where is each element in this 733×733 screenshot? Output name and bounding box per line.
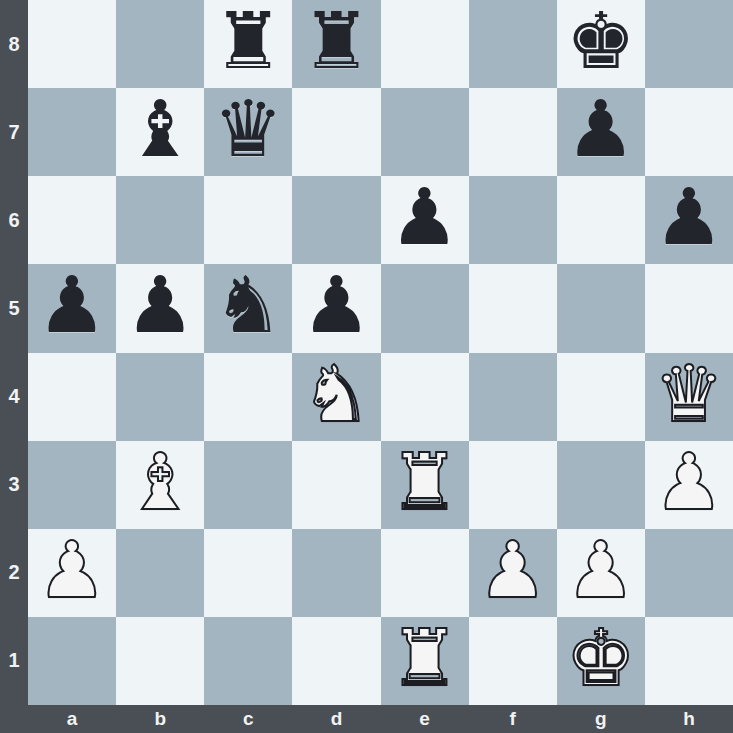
square-g5[interactable] bbox=[557, 264, 645, 352]
square-e5[interactable] bbox=[381, 264, 469, 352]
piece-white-queen[interactable]: ♛ bbox=[654, 355, 724, 433]
square-h2[interactable] bbox=[645, 529, 733, 617]
square-a6[interactable] bbox=[28, 176, 116, 264]
square-h7[interactable] bbox=[645, 88, 733, 176]
square-e3[interactable]: ♜ bbox=[381, 441, 469, 529]
frame-corner bbox=[0, 705, 28, 733]
square-d8[interactable]: ♜ bbox=[292, 0, 380, 88]
file-labels: abcdefgh bbox=[28, 705, 733, 733]
file-label-e: e bbox=[381, 705, 469, 733]
piece-black-pawn[interactable]: ♟ bbox=[566, 90, 636, 168]
square-a3[interactable] bbox=[28, 441, 116, 529]
square-c2[interactable] bbox=[204, 529, 292, 617]
piece-white-pawn[interactable]: ♟ bbox=[37, 531, 107, 609]
square-a7[interactable] bbox=[28, 88, 116, 176]
rank-label-1: 1 bbox=[0, 617, 28, 705]
file-label-h: h bbox=[645, 705, 733, 733]
square-a2[interactable]: ♟ bbox=[28, 529, 116, 617]
square-b2[interactable] bbox=[116, 529, 204, 617]
square-d4[interactable]: ♞ bbox=[292, 353, 380, 441]
piece-black-bishop[interactable]: ♝ bbox=[125, 90, 195, 168]
piece-black-pawn[interactable]: ♟ bbox=[301, 266, 371, 344]
file-label-g: g bbox=[557, 705, 645, 733]
rank-label-7: 7 bbox=[0, 88, 28, 176]
piece-black-pawn[interactable]: ♟ bbox=[125, 266, 195, 344]
square-g6[interactable] bbox=[557, 176, 645, 264]
square-f4[interactable] bbox=[469, 353, 557, 441]
piece-black-pawn[interactable]: ♟ bbox=[654, 178, 724, 256]
piece-white-pawn[interactable]: ♟ bbox=[566, 531, 636, 609]
chess-board: ♜♜♚♝♛♟♟♟♟♟♞♟♞♛♝♜♟♟♟♟♜♚ bbox=[28, 0, 733, 705]
piece-black-pawn[interactable]: ♟ bbox=[390, 178, 460, 256]
square-c4[interactable] bbox=[204, 353, 292, 441]
square-d2[interactable] bbox=[292, 529, 380, 617]
square-d6[interactable] bbox=[292, 176, 380, 264]
rank-labels: 87654321 bbox=[0, 0, 28, 705]
square-d5[interactable]: ♟ bbox=[292, 264, 380, 352]
piece-black-pawn[interactable]: ♟ bbox=[37, 266, 107, 344]
file-label-a: a bbox=[28, 705, 116, 733]
square-b1[interactable] bbox=[116, 617, 204, 705]
square-g4[interactable] bbox=[557, 353, 645, 441]
square-f2[interactable]: ♟ bbox=[469, 529, 557, 617]
file-label-f: f bbox=[469, 705, 557, 733]
square-b8[interactable] bbox=[116, 0, 204, 88]
square-g7[interactable]: ♟ bbox=[557, 88, 645, 176]
square-f8[interactable] bbox=[469, 0, 557, 88]
piece-white-pawn[interactable]: ♟ bbox=[478, 531, 548, 609]
piece-white-rook[interactable]: ♜ bbox=[390, 443, 460, 521]
square-c5[interactable]: ♞ bbox=[204, 264, 292, 352]
square-d3[interactable] bbox=[292, 441, 380, 529]
square-b5[interactable]: ♟ bbox=[116, 264, 204, 352]
square-f1[interactable] bbox=[469, 617, 557, 705]
rank-label-2: 2 bbox=[0, 529, 28, 617]
piece-white-king[interactable]: ♚ bbox=[566, 619, 636, 697]
square-f6[interactable] bbox=[469, 176, 557, 264]
square-f5[interactable] bbox=[469, 264, 557, 352]
square-e7[interactable] bbox=[381, 88, 469, 176]
square-f7[interactable] bbox=[469, 88, 557, 176]
square-b6[interactable] bbox=[116, 176, 204, 264]
chess-board-frame: 87654321 ♜♜♚♝♛♟♟♟♟♟♞♟♞♛♝♜♟♟♟♟♜♚ abcdefgh bbox=[0, 0, 733, 733]
piece-white-rook[interactable]: ♜ bbox=[390, 619, 460, 697]
file-label-c: c bbox=[204, 705, 292, 733]
square-h8[interactable] bbox=[645, 0, 733, 88]
square-c3[interactable] bbox=[204, 441, 292, 529]
square-g3[interactable] bbox=[557, 441, 645, 529]
square-d1[interactable] bbox=[292, 617, 380, 705]
square-a8[interactable] bbox=[28, 0, 116, 88]
square-c1[interactable] bbox=[204, 617, 292, 705]
square-c7[interactable]: ♛ bbox=[204, 88, 292, 176]
piece-black-rook[interactable]: ♜ bbox=[301, 2, 371, 80]
rank-label-4: 4 bbox=[0, 353, 28, 441]
piece-black-queen[interactable]: ♛ bbox=[213, 90, 283, 168]
square-g2[interactable]: ♟ bbox=[557, 529, 645, 617]
square-h3[interactable]: ♟ bbox=[645, 441, 733, 529]
square-e4[interactable] bbox=[381, 353, 469, 441]
square-d7[interactable] bbox=[292, 88, 380, 176]
square-f3[interactable] bbox=[469, 441, 557, 529]
piece-black-knight[interactable]: ♞ bbox=[213, 266, 283, 344]
square-b4[interactable] bbox=[116, 353, 204, 441]
square-h1[interactable] bbox=[645, 617, 733, 705]
rank-label-3: 3 bbox=[0, 441, 28, 529]
piece-black-king[interactable]: ♚ bbox=[566, 2, 636, 80]
square-h4[interactable]: ♛ bbox=[645, 353, 733, 441]
piece-white-bishop[interactable]: ♝ bbox=[125, 443, 195, 521]
square-h5[interactable] bbox=[645, 264, 733, 352]
square-b3[interactable]: ♝ bbox=[116, 441, 204, 529]
piece-white-pawn[interactable]: ♟ bbox=[654, 443, 724, 521]
square-a1[interactable] bbox=[28, 617, 116, 705]
rank-label-5: 5 bbox=[0, 264, 28, 352]
piece-white-knight[interactable]: ♞ bbox=[301, 355, 371, 433]
rank-label-6: 6 bbox=[0, 176, 28, 264]
square-h6[interactable]: ♟ bbox=[645, 176, 733, 264]
piece-black-rook[interactable]: ♜ bbox=[213, 2, 283, 80]
square-a5[interactable]: ♟ bbox=[28, 264, 116, 352]
square-e8[interactable] bbox=[381, 0, 469, 88]
file-label-d: d bbox=[292, 705, 380, 733]
square-e2[interactable] bbox=[381, 529, 469, 617]
square-e6[interactable]: ♟ bbox=[381, 176, 469, 264]
square-c8[interactable]: ♜ bbox=[204, 0, 292, 88]
square-e1[interactable]: ♜ bbox=[381, 617, 469, 705]
rank-label-8: 8 bbox=[0, 0, 28, 88]
square-g1[interactable]: ♚ bbox=[557, 617, 645, 705]
square-g8[interactable]: ♚ bbox=[557, 0, 645, 88]
file-label-b: b bbox=[116, 705, 204, 733]
square-c6[interactable] bbox=[204, 176, 292, 264]
square-b7[interactable]: ♝ bbox=[116, 88, 204, 176]
square-a4[interactable] bbox=[28, 353, 116, 441]
